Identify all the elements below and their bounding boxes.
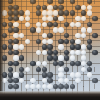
white-stone[interactable] bbox=[19, 44, 24, 49]
white-stone[interactable] bbox=[2, 10, 7, 15]
board-point[interactable] bbox=[98, 95, 100, 100]
board-point[interactable] bbox=[58, 72, 64, 78]
white-stone[interactable] bbox=[25, 22, 30, 27]
black-stone[interactable] bbox=[58, 10, 63, 15]
board-point[interactable] bbox=[41, 21, 47, 27]
board-point[interactable] bbox=[7, 72, 13, 78]
white-stone[interactable] bbox=[42, 33, 47, 38]
board-point[interactable] bbox=[87, 44, 93, 50]
board-point[interactable] bbox=[13, 21, 19, 27]
board-point[interactable] bbox=[30, 84, 36, 90]
black-stone[interactable] bbox=[8, 84, 13, 89]
black-stone[interactable] bbox=[8, 44, 13, 49]
white-stone[interactable] bbox=[42, 50, 47, 55]
board-point[interactable] bbox=[41, 4, 47, 10]
board-point[interactable] bbox=[47, 72, 53, 78]
board-point[interactable] bbox=[87, 27, 93, 33]
black-stone[interactable] bbox=[87, 39, 92, 44]
board-point[interactable] bbox=[7, 21, 13, 27]
black-stone[interactable] bbox=[47, 50, 52, 55]
white-stone[interactable] bbox=[87, 5, 92, 10]
board-point[interactable] bbox=[36, 10, 42, 16]
white-stone[interactable] bbox=[87, 72, 92, 77]
board-point[interactable] bbox=[24, 38, 30, 44]
black-stone[interactable] bbox=[13, 5, 18, 10]
black-stone[interactable] bbox=[13, 84, 18, 89]
board-point[interactable] bbox=[75, 72, 81, 78]
board-point[interactable] bbox=[47, 84, 53, 90]
board-point[interactable] bbox=[13, 38, 19, 44]
board-point[interactable] bbox=[13, 33, 19, 39]
board-point[interactable] bbox=[47, 10, 53, 16]
black-stone[interactable] bbox=[47, 33, 52, 38]
black-stone[interactable] bbox=[70, 39, 75, 44]
black-stone[interactable] bbox=[92, 16, 97, 21]
black-stone[interactable] bbox=[87, 44, 92, 49]
board-point[interactable] bbox=[19, 44, 25, 50]
hoshi-point bbox=[83, 86, 84, 87]
board-point[interactable] bbox=[41, 10, 47, 16]
board-point[interactable] bbox=[70, 10, 76, 16]
black-stone[interactable] bbox=[36, 39, 41, 44]
board-point[interactable] bbox=[7, 44, 13, 50]
white-stone[interactable] bbox=[58, 67, 63, 72]
white-stone[interactable] bbox=[13, 33, 18, 38]
black-stone[interactable] bbox=[19, 55, 24, 60]
board-point[interactable] bbox=[47, 50, 53, 56]
white-stone[interactable] bbox=[42, 84, 47, 89]
black-stone[interactable] bbox=[8, 22, 13, 27]
board-point[interactable] bbox=[36, 27, 42, 33]
board-point[interactable] bbox=[58, 84, 64, 90]
black-stone[interactable] bbox=[2, 44, 7, 49]
white-stone[interactable] bbox=[25, 84, 30, 89]
black-stone[interactable] bbox=[13, 10, 18, 15]
board-point[interactable] bbox=[13, 4, 19, 10]
black-stone[interactable] bbox=[75, 5, 80, 10]
board-point[interactable] bbox=[2, 10, 8, 16]
white-stone[interactable] bbox=[42, 16, 47, 21]
white-stone[interactable] bbox=[25, 67, 30, 72]
black-stone[interactable] bbox=[8, 5, 13, 10]
board-point[interactable] bbox=[13, 27, 19, 33]
go-board-photo bbox=[0, 0, 100, 100]
white-stone[interactable] bbox=[58, 55, 63, 60]
black-stone[interactable] bbox=[47, 55, 52, 60]
black-stone[interactable] bbox=[30, 61, 35, 66]
black-stone[interactable] bbox=[53, 55, 58, 60]
white-stone[interactable] bbox=[58, 16, 63, 21]
black-stone[interactable] bbox=[47, 0, 52, 4]
black-stone[interactable] bbox=[2, 72, 7, 77]
board-point[interactable] bbox=[13, 44, 19, 50]
black-stone[interactable] bbox=[47, 44, 52, 49]
white-stone[interactable] bbox=[75, 22, 80, 27]
board-point[interactable] bbox=[41, 72, 47, 78]
black-stone[interactable] bbox=[8, 72, 13, 77]
white-stone[interactable] bbox=[70, 22, 75, 27]
board-point[interactable] bbox=[24, 10, 30, 16]
board-point[interactable] bbox=[47, 21, 53, 27]
board-point[interactable] bbox=[47, 55, 53, 61]
white-stone[interactable] bbox=[58, 72, 63, 77]
black-stone[interactable] bbox=[53, 22, 58, 27]
white-stone[interactable] bbox=[13, 44, 18, 49]
white-stone[interactable] bbox=[30, 78, 35, 83]
black-stone[interactable] bbox=[42, 72, 47, 77]
white-stone[interactable] bbox=[42, 39, 47, 44]
board-point[interactable] bbox=[58, 44, 64, 50]
black-stone[interactable] bbox=[92, 33, 97, 38]
board-point[interactable] bbox=[87, 10, 93, 16]
black-stone[interactable] bbox=[58, 39, 63, 44]
black-stone[interactable] bbox=[13, 50, 18, 55]
board-point[interactable] bbox=[41, 38, 47, 44]
white-stone[interactable] bbox=[75, 39, 80, 44]
black-stone[interactable] bbox=[42, 67, 47, 72]
black-stone[interactable] bbox=[42, 44, 47, 49]
white-stone[interactable] bbox=[53, 10, 58, 15]
white-stone[interactable] bbox=[87, 27, 92, 32]
white-stone[interactable] bbox=[75, 72, 80, 77]
board-point[interactable] bbox=[47, 33, 53, 39]
board-point[interactable] bbox=[2, 44, 8, 50]
black-stone[interactable] bbox=[8, 16, 13, 21]
board-point[interactable] bbox=[19, 10, 25, 16]
board-point[interactable] bbox=[70, 72, 76, 78]
white-stone[interactable] bbox=[13, 72, 18, 77]
board-point[interactable] bbox=[58, 38, 64, 44]
white-stone[interactable] bbox=[70, 55, 75, 60]
board-point[interactable] bbox=[53, 10, 59, 16]
board-point[interactable] bbox=[13, 72, 19, 78]
white-stone[interactable] bbox=[13, 55, 18, 60]
black-stone[interactable] bbox=[87, 22, 92, 27]
black-stone[interactable] bbox=[8, 10, 13, 15]
board-point[interactable] bbox=[24, 21, 30, 27]
board-point[interactable] bbox=[7, 4, 13, 10]
board-point[interactable] bbox=[7, 10, 13, 16]
white-stone[interactable] bbox=[58, 27, 63, 32]
board-point[interactable] bbox=[75, 21, 81, 27]
white-stone[interactable] bbox=[25, 16, 30, 21]
white-stone[interactable] bbox=[25, 39, 30, 44]
black-stone[interactable] bbox=[19, 10, 24, 15]
board-point[interactable] bbox=[70, 44, 76, 50]
white-stone[interactable] bbox=[36, 22, 41, 27]
board-point[interactable] bbox=[75, 38, 81, 44]
board-point[interactable] bbox=[13, 50, 19, 56]
black-stone[interactable] bbox=[2, 55, 7, 60]
white-stone[interactable] bbox=[47, 5, 52, 10]
white-stone[interactable] bbox=[47, 84, 52, 89]
board-point[interactable] bbox=[41, 44, 47, 50]
board-point[interactable] bbox=[30, 27, 36, 33]
white-stone[interactable] bbox=[36, 27, 41, 32]
black-stone[interactable] bbox=[8, 27, 13, 32]
board-point[interactable] bbox=[75, 4, 81, 10]
black-stone[interactable] bbox=[81, 10, 86, 15]
board-point[interactable] bbox=[58, 4, 64, 10]
white-stone[interactable] bbox=[75, 16, 80, 21]
white-stone[interactable] bbox=[53, 27, 58, 32]
board-point[interactable] bbox=[13, 16, 19, 22]
board-point[interactable] bbox=[58, 10, 64, 16]
black-stone[interactable] bbox=[58, 84, 63, 89]
black-stone[interactable] bbox=[47, 78, 52, 83]
white-stone[interactable] bbox=[42, 10, 47, 15]
board-point[interactable] bbox=[87, 72, 93, 78]
go-board[interactable] bbox=[0, 0, 100, 100]
black-stone[interactable] bbox=[47, 72, 52, 77]
black-stone[interactable] bbox=[70, 10, 75, 15]
white-stone[interactable] bbox=[13, 22, 18, 27]
black-stone[interactable] bbox=[53, 5, 58, 10]
black-stone[interactable] bbox=[13, 27, 18, 32]
black-stone[interactable] bbox=[13, 39, 18, 44]
black-stone[interactable] bbox=[8, 39, 13, 44]
black-stone[interactable] bbox=[19, 72, 24, 77]
board-point[interactable] bbox=[47, 16, 53, 22]
black-stone[interactable] bbox=[13, 78, 18, 83]
white-stone[interactable] bbox=[81, 44, 86, 49]
board-point[interactable] bbox=[13, 84, 19, 90]
black-stone[interactable] bbox=[8, 50, 13, 55]
black-stone[interactable] bbox=[8, 67, 13, 72]
white-stone[interactable] bbox=[47, 39, 52, 44]
white-stone[interactable] bbox=[25, 10, 30, 15]
black-stone[interactable] bbox=[30, 27, 35, 32]
board-point[interactable] bbox=[47, 38, 53, 44]
board-point[interactable] bbox=[13, 55, 19, 61]
board-point[interactable] bbox=[7, 27, 13, 33]
white-stone[interactable] bbox=[75, 33, 80, 38]
board-point[interactable] bbox=[47, 44, 53, 50]
black-stone[interactable] bbox=[70, 44, 75, 49]
board-point[interactable] bbox=[13, 10, 19, 16]
board-point[interactable] bbox=[7, 38, 13, 44]
board-point[interactable] bbox=[58, 27, 64, 33]
black-stone[interactable] bbox=[36, 10, 41, 15]
black-stone[interactable] bbox=[92, 50, 97, 55]
black-stone[interactable] bbox=[13, 16, 18, 21]
white-stone[interactable] bbox=[47, 16, 52, 21]
white-stone[interactable] bbox=[70, 72, 75, 77]
white-stone[interactable] bbox=[75, 50, 80, 55]
board-point[interactable] bbox=[47, 4, 53, 10]
black-stone[interactable] bbox=[36, 5, 41, 10]
board-point[interactable] bbox=[53, 27, 59, 33]
black-stone[interactable] bbox=[75, 44, 80, 49]
white-stone[interactable] bbox=[42, 22, 47, 27]
white-stone[interactable] bbox=[47, 10, 52, 15]
board-point[interactable] bbox=[75, 44, 81, 50]
black-stone[interactable] bbox=[30, 0, 35, 4]
black-stone[interactable] bbox=[42, 5, 47, 10]
white-stone[interactable] bbox=[81, 27, 86, 32]
white-stone[interactable] bbox=[87, 10, 92, 15]
board-point[interactable] bbox=[58, 55, 64, 61]
black-stone[interactable] bbox=[58, 5, 63, 10]
white-stone[interactable] bbox=[30, 84, 35, 89]
white-stone[interactable] bbox=[58, 44, 63, 49]
black-stone[interactable] bbox=[47, 22, 52, 27]
